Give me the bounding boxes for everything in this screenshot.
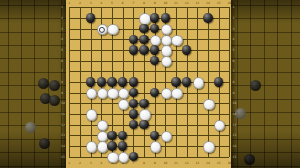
column-label: 6 — [122, 1, 124, 5]
row-label: 1 — [233, 5, 235, 9]
stone-black — [107, 131, 116, 140]
stone-white — [161, 56, 172, 67]
background-grid-line — [264, 0, 265, 168]
column-label: 1 — [68, 161, 70, 165]
column-label: 2 — [79, 1, 81, 5]
background-grid-line — [231, 152, 300, 153]
stone-black — [129, 45, 138, 54]
row-label: 14 — [233, 144, 237, 148]
column-label: 9 — [154, 1, 156, 5]
column-label: 16 — [227, 161, 231, 165]
column-label: 16 — [227, 1, 231, 5]
stone-black — [129, 77, 138, 86]
background-grid-line — [231, 58, 300, 59]
background-grid-line — [8, 0, 9, 168]
stone-white — [214, 120, 225, 131]
stone-black — [150, 88, 159, 97]
column-label: 3 — [90, 1, 92, 5]
stone-black — [86, 13, 95, 22]
column-label: 15 — [217, 1, 221, 5]
stone-black — [129, 99, 138, 108]
stone-black — [118, 131, 127, 140]
background-grid-line — [34, 0, 35, 168]
row-label: 8 — [233, 80, 235, 84]
row-label: 11 — [233, 112, 237, 116]
background-stone-black — [49, 80, 60, 91]
column-label: 14 — [206, 1, 210, 5]
background-grid-line — [0, 58, 66, 59]
stone-white — [139, 13, 150, 24]
column-label: 15 — [217, 161, 221, 165]
background-grid-line — [0, 72, 66, 73]
stone-black — [150, 13, 159, 22]
column-label: 13 — [195, 161, 199, 165]
background-grid-line — [231, 5, 300, 6]
row-label: 4 — [61, 37, 63, 41]
stone-black — [86, 77, 95, 86]
stone-black — [129, 152, 138, 161]
background-grid-line — [277, 0, 278, 168]
stone-black — [171, 77, 180, 86]
stone-black — [139, 35, 148, 44]
row-label: 5 — [61, 48, 63, 52]
stone-white — [118, 99, 129, 110]
background-grid-line — [0, 166, 66, 167]
stone-black — [107, 141, 116, 150]
column-label: 4 — [100, 161, 102, 165]
background-grid-line — [0, 139, 66, 140]
row-label: 13 — [61, 133, 65, 137]
column-label: 5 — [111, 1, 113, 5]
stone-black — [129, 109, 138, 118]
row-label: 3 — [61, 27, 63, 31]
last-move-marker — [99, 27, 105, 33]
stone-black — [97, 77, 106, 86]
stone-black — [150, 24, 159, 33]
stone-black — [129, 88, 138, 97]
row-label: 6 — [233, 59, 235, 63]
background-grid-line — [231, 18, 300, 19]
row-label: 15 — [233, 155, 237, 159]
background-grid-line — [231, 72, 300, 73]
go-app-screen: 1234567891011121314151612345678910111213… — [0, 0, 300, 168]
background-board-left-panel — [0, 0, 66, 168]
column-label: 8 — [143, 1, 145, 5]
column-label: 7 — [132, 1, 134, 5]
go-board[interactable]: 1234567891011121314151612345678910111213… — [66, 0, 231, 168]
grid-line-vertical — [229, 7, 230, 156]
background-grid-line — [231, 166, 300, 167]
background-grid-line — [231, 45, 300, 46]
row-label: 9 — [61, 91, 63, 95]
column-label: 12 — [185, 161, 189, 165]
stone-black — [139, 45, 148, 54]
column-label: 10 — [163, 161, 167, 165]
row-label: 3 — [233, 27, 235, 31]
stone-white — [203, 141, 214, 152]
column-label: 9 — [154, 161, 156, 165]
row-label: 15 — [61, 155, 65, 159]
stone-white — [171, 35, 182, 46]
background-stone-black — [38, 78, 49, 89]
row-label: 12 — [61, 123, 65, 127]
stone-black — [107, 77, 116, 86]
row-label: 8 — [61, 80, 63, 84]
stone-white — [86, 141, 97, 152]
stone-white — [150, 141, 161, 152]
background-grid-line — [231, 99, 300, 100]
stone-black — [139, 24, 148, 33]
grid-line-horizontal — [69, 157, 229, 158]
column-label: 4 — [100, 1, 102, 5]
stone-black — [118, 141, 127, 150]
grid-line-horizontal — [69, 7, 229, 8]
stone-white — [107, 88, 118, 99]
column-label: 2 — [79, 161, 81, 165]
row-label: 6 — [61, 59, 63, 63]
background-grid-line — [291, 0, 292, 168]
row-label: 4 — [233, 37, 235, 41]
background-grid-line — [0, 45, 66, 46]
stone-black — [118, 77, 127, 86]
background-grid-line — [61, 0, 62, 168]
stone-black — [139, 120, 148, 129]
stone-white — [107, 152, 118, 163]
stone-white — [118, 88, 129, 99]
background-grid-line — [0, 18, 66, 19]
stone-white — [161, 88, 172, 99]
row-label: 7 — [233, 69, 235, 73]
row-label: 10 — [233, 101, 237, 105]
stone-white — [161, 45, 172, 56]
stone-black — [182, 45, 191, 54]
column-label: 1 — [68, 1, 70, 5]
row-label: 11 — [61, 112, 65, 116]
row-label: 2 — [233, 16, 235, 20]
row-label: 9 — [233, 91, 235, 95]
row-label: 7 — [61, 69, 63, 73]
background-grid-line — [231, 125, 300, 126]
column-label: 10 — [163, 1, 167, 5]
stone-black — [161, 13, 170, 22]
stone-white — [171, 88, 182, 99]
column-label: 11 — [174, 1, 178, 5]
background-stone-gray — [25, 122, 36, 133]
column-label: 7 — [132, 161, 134, 165]
stone-black — [214, 77, 223, 86]
stone-white — [86, 88, 97, 99]
row-label: 2 — [61, 16, 63, 20]
stone-black — [129, 120, 138, 129]
background-board-right-panel — [231, 0, 300, 168]
stone-black — [150, 45, 159, 54]
stone-white — [161, 24, 172, 35]
column-label: 13 — [195, 1, 199, 5]
stone-white — [193, 77, 204, 88]
stone-white — [161, 131, 172, 142]
background-stone-black — [49, 95, 60, 106]
row-label: 13 — [233, 133, 237, 137]
row-label: 1 — [61, 5, 63, 9]
stone-black — [129, 35, 138, 44]
background-grid-line — [21, 0, 22, 168]
background-grid-line — [0, 112, 66, 113]
stone-white — [139, 109, 150, 120]
background-grid-line — [0, 32, 66, 33]
row-label: 12 — [233, 123, 237, 127]
background-grid-line — [0, 5, 66, 6]
column-label: 14 — [206, 161, 210, 165]
background-grid-line — [231, 139, 300, 140]
grid-line-horizontal — [69, 125, 229, 126]
column-label: 8 — [143, 161, 145, 165]
grid-line-horizontal — [69, 71, 229, 72]
stone-black — [150, 56, 159, 65]
column-label: 3 — [90, 161, 92, 165]
row-label: 5 — [233, 48, 235, 52]
background-grid-line — [237, 0, 238, 168]
stone-black — [203, 13, 212, 22]
stone-white — [118, 152, 129, 163]
background-stone-black — [250, 80, 261, 91]
background-stone-black — [39, 138, 50, 149]
stone-white — [107, 24, 118, 35]
stone-white — [86, 109, 97, 120]
stone-white — [97, 120, 108, 131]
row-label: 10 — [61, 101, 65, 105]
stone-white — [203, 99, 214, 110]
background-grid-line — [231, 32, 300, 33]
stone-black — [139, 99, 148, 108]
stone-black — [150, 131, 159, 140]
background-grid-line — [231, 85, 300, 86]
background-stone-black — [244, 154, 255, 165]
column-label: 12 — [185, 1, 189, 5]
row-label: 14 — [61, 144, 65, 148]
column-label: 11 — [174, 161, 178, 165]
background-grid-line — [0, 152, 66, 153]
stone-black — [182, 77, 191, 86]
